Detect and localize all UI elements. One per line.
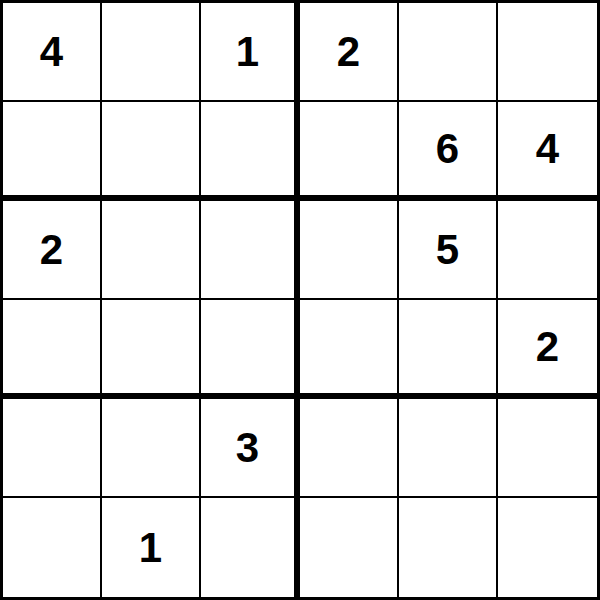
sudoku-cell-r3c5[interactable]: 5	[399, 201, 498, 300]
sudoku-cell-r4c5[interactable]	[399, 300, 498, 399]
sudoku-board: 4126425231	[0, 0, 600, 600]
sudoku-cell-r5c4[interactable]	[300, 399, 399, 498]
sudoku-cell-r4c2[interactable]	[102, 300, 201, 399]
sudoku-cell-r2c4[interactable]	[300, 102, 399, 201]
sudoku-cell-r5c6[interactable]	[498, 399, 597, 498]
sudoku-cell-r4c6[interactable]: 2	[498, 300, 597, 399]
cell-digit: 2	[40, 229, 63, 271]
sudoku-cell-r3c3[interactable]	[201, 201, 300, 300]
sudoku-cell-r6c2[interactable]: 1	[102, 498, 201, 597]
cell-digit: 2	[536, 326, 559, 368]
sudoku-cell-r6c5[interactable]	[399, 498, 498, 597]
sudoku-cell-r2c2[interactable]	[102, 102, 201, 201]
sudoku-cell-r1c6[interactable]	[498, 3, 597, 102]
cell-digit: 6	[436, 128, 459, 170]
sudoku-cell-r1c3[interactable]: 1	[201, 3, 300, 102]
sudoku-cell-r1c1[interactable]: 4	[3, 3, 102, 102]
sudoku-cell-r2c5[interactable]: 6	[399, 102, 498, 201]
sudoku-cell-r6c1[interactable]	[3, 498, 102, 597]
sudoku-cell-r3c1[interactable]: 2	[3, 201, 102, 300]
cell-digit: 1	[139, 527, 162, 569]
sudoku-cell-r5c1[interactable]	[3, 399, 102, 498]
sudoku-cell-r3c6[interactable]	[498, 201, 597, 300]
cell-digit: 5	[436, 229, 459, 271]
sudoku-cell-r4c3[interactable]	[201, 300, 300, 399]
cell-digit: 3	[236, 427, 259, 469]
sudoku-cell-r2c3[interactable]	[201, 102, 300, 201]
cell-digit: 4	[536, 128, 559, 170]
sudoku-cell-r1c4[interactable]: 2	[300, 3, 399, 102]
sudoku-cell-r1c2[interactable]	[102, 3, 201, 102]
sudoku-cell-r3c2[interactable]	[102, 201, 201, 300]
sudoku-cell-r4c1[interactable]	[3, 300, 102, 399]
sudoku-cell-r4c4[interactable]	[300, 300, 399, 399]
cell-digit: 1	[236, 31, 259, 73]
sudoku-cell-r5c2[interactable]	[102, 399, 201, 498]
sudoku-cell-r5c5[interactable]	[399, 399, 498, 498]
sudoku-cell-r6c6[interactable]	[498, 498, 597, 597]
sudoku-cell-r6c4[interactable]	[300, 498, 399, 597]
cell-digit: 4	[40, 31, 63, 73]
sudoku-cell-r5c3[interactable]: 3	[201, 399, 300, 498]
sudoku-cell-r1c5[interactable]	[399, 3, 498, 102]
cell-digit: 2	[337, 31, 360, 73]
sudoku-cell-r2c6[interactable]: 4	[498, 102, 597, 201]
sudoku-cell-r6c3[interactable]	[201, 498, 300, 597]
sudoku-cell-r2c1[interactable]	[3, 102, 102, 201]
sudoku-cell-r3c4[interactable]	[300, 201, 399, 300]
